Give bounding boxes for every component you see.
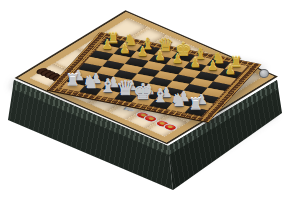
chess-set-photo: ♝♞♞♝ ♜♞♝♛♚♝♞♜♟♟♟♟♟♟♟♟♟♟♟♟♟♟♟♟♜♞♝♛♚♝♞♜	[0, 0, 290, 202]
red-checker-medallion	[167, 125, 174, 128]
red-checker-medallion	[148, 117, 155, 120]
case-knob	[259, 69, 269, 78]
